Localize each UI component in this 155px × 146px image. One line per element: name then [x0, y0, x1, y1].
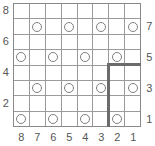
chart-cell: [109, 66, 124, 80]
chart-cell: [30, 112, 45, 126]
chart-cell: [46, 81, 61, 95]
yarn-over-icon: [48, 114, 58, 124]
row-label-right: 3: [144, 83, 155, 94]
chart-cell: [125, 35, 140, 49]
chart-cell: [78, 96, 93, 110]
col-label-bottom: 6: [48, 132, 59, 143]
chart-cell: [14, 35, 29, 49]
row-label-left: 2: [0, 98, 11, 109]
chart-cell: [46, 50, 61, 64]
chart-cell: [46, 112, 61, 126]
yarn-over-icon: [32, 22, 42, 32]
yarn-over-icon: [96, 22, 106, 32]
yarn-over-icon: [112, 52, 122, 62]
chart-cell: [62, 50, 77, 64]
chart-cell: [125, 81, 140, 95]
chart-cell: [14, 96, 29, 110]
chart-cell: [14, 81, 29, 95]
chart-cell: [125, 96, 140, 110]
chart-cell: [30, 66, 45, 80]
chart-cell: [93, 35, 108, 49]
chart-cell: [46, 35, 61, 49]
chart-cell: [78, 81, 93, 95]
yarn-over-icon: [48, 52, 58, 62]
col-label-bottom: 7: [32, 132, 43, 143]
yarn-over-icon: [64, 22, 74, 32]
row-label-left: 8: [0, 5, 11, 16]
chart-cell: [30, 81, 45, 95]
chart-cell: [14, 50, 29, 64]
chart-cell: [125, 112, 140, 126]
chart-cell: [78, 4, 93, 18]
yarn-over-icon: [128, 83, 138, 93]
yarn-over-icon: [128, 22, 138, 32]
chart-cell: [30, 4, 45, 18]
col-label-bottom: 4: [80, 132, 91, 143]
chart-cell: [62, 96, 77, 110]
yarn-over-icon: [32, 83, 42, 93]
chart-cell: [30, 35, 45, 49]
row-label-right: 7: [144, 21, 155, 32]
repeat-marker-vertical-line: [107, 63, 110, 127]
knitting-chart: 8642753187654321: [0, 0, 155, 146]
chart-cell: [46, 19, 61, 33]
chart-cell: [109, 96, 124, 110]
chart-cell: [93, 19, 108, 33]
chart-cell: [78, 35, 93, 49]
chart-cell: [30, 19, 45, 33]
chart-cell: [125, 66, 140, 80]
yarn-over-icon: [96, 83, 106, 93]
yarn-over-icon: [16, 114, 26, 124]
chart-cell: [30, 50, 45, 64]
chart-cell: [109, 112, 124, 126]
chart-cell: [14, 4, 29, 18]
chart-cell: [78, 66, 93, 80]
chart-cell: [109, 81, 124, 95]
chart-cell: [46, 4, 61, 18]
col-label-bottom: 1: [128, 132, 139, 143]
row-label-left: 4: [0, 67, 11, 78]
chart-cell: [62, 4, 77, 18]
chart-cell: [93, 4, 108, 18]
chart-cell: [46, 66, 61, 80]
chart-cell: [62, 19, 77, 33]
chart-cell: [14, 66, 29, 80]
row-label-right: 5: [144, 52, 155, 63]
chart-cell: [109, 19, 124, 33]
chart-cell: [62, 66, 77, 80]
chart-cell: [78, 112, 93, 126]
chart-cell: [14, 112, 29, 126]
col-label-bottom: 8: [16, 132, 27, 143]
chart-cell: [62, 112, 77, 126]
chart-cell: [109, 35, 124, 49]
row-label-left: 6: [0, 36, 11, 47]
yarn-over-icon: [64, 83, 74, 93]
chart-cell: [125, 19, 140, 33]
col-label-bottom: 5: [64, 132, 75, 143]
chart-cell: [125, 4, 140, 18]
col-label-bottom: 2: [112, 132, 123, 143]
repeat-marker-horizontal-line: [107, 63, 141, 66]
chart-cell: [78, 50, 93, 64]
yarn-over-icon: [80, 52, 90, 62]
chart-cell: [30, 96, 45, 110]
chart-cell: [78, 19, 93, 33]
chart-cell: [46, 96, 61, 110]
yarn-over-icon: [80, 114, 90, 124]
col-label-bottom: 3: [96, 132, 107, 143]
chart-cell: [109, 4, 124, 18]
yarn-over-icon: [112, 114, 122, 124]
chart-cell: [62, 35, 77, 49]
chart-cell: [62, 81, 77, 95]
row-label-right: 1: [144, 114, 155, 125]
yarn-over-icon: [16, 52, 26, 62]
chart-cell: [14, 19, 29, 33]
